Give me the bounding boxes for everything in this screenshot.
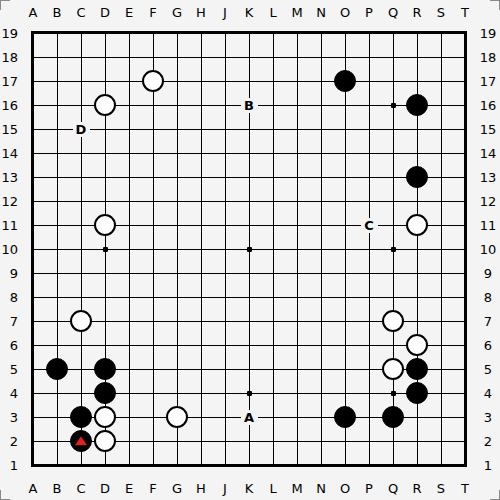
point-label-D: D	[73, 122, 90, 137]
black-stone-Q3[interactable]	[382, 406, 404, 428]
coordinate-label: 19	[0, 26, 18, 42]
coordinate-label: M	[285, 5, 309, 21]
coordinate-label: 8	[477, 290, 499, 306]
coordinate-label: A	[21, 5, 45, 21]
coordinate-label: L	[261, 5, 285, 21]
coordinate-label: 12	[477, 194, 499, 210]
coordinate-label: 9	[0, 266, 18, 282]
coordinate-label: 1	[0, 458, 18, 474]
coordinate-label: J	[213, 481, 237, 497]
white-stone-G3[interactable]	[166, 406, 188, 428]
coordinate-label: L	[261, 481, 285, 497]
corner-tick-bottom-left	[0, 490, 10, 500]
coordinate-label: K	[237, 5, 261, 21]
coordinate-label: 9	[477, 266, 499, 282]
coordinate-label: 2	[477, 434, 499, 450]
coordinate-label: O	[333, 481, 357, 497]
coordinate-label: 4	[477, 386, 499, 402]
black-stone-D5[interactable]	[94, 358, 116, 380]
coordinate-label: E	[117, 481, 141, 497]
white-stone-D11[interactable]	[94, 214, 116, 236]
coordinate-label: G	[165, 481, 189, 497]
coordinate-label: 15	[477, 122, 499, 138]
coordinate-label: 19	[477, 26, 499, 42]
triangle-mark-C2	[75, 436, 87, 445]
coordinate-label: C	[69, 5, 93, 21]
corner-tick-bottom-right	[490, 490, 500, 500]
coordinate-label: 16	[0, 98, 18, 114]
corner-tick-top-right	[490, 0, 500, 10]
board-grid[interactable]: ABCD	[21, 21, 477, 477]
coordinate-label: 3	[477, 410, 499, 426]
coordinate-label: E	[117, 5, 141, 21]
go-board-diagram: AABBCCDDEEFFGGHHJJKKLLMMNNOOPPQQRRSSTT19…	[0, 0, 500, 500]
black-stone-B5[interactable]	[46, 358, 68, 380]
white-stone-C7[interactable]	[70, 310, 92, 332]
coordinate-label: Q	[381, 5, 405, 21]
coordinate-label: F	[141, 5, 165, 21]
white-stone-F17[interactable]	[142, 70, 164, 92]
coordinate-label: 1	[477, 458, 499, 474]
coordinate-label: 5	[477, 362, 499, 378]
coordinate-label: 15	[0, 122, 18, 138]
black-stone-O17[interactable]	[334, 70, 356, 92]
star-point-D10	[103, 247, 108, 252]
coordinate-label: 4	[0, 386, 18, 402]
coordinate-label: A	[21, 481, 45, 497]
coordinate-label: O	[333, 5, 357, 21]
coordinate-label: S	[429, 5, 453, 21]
coordinate-label: B	[45, 481, 69, 497]
black-stone-D4[interactable]	[94, 382, 116, 404]
star-point-Q4	[391, 391, 396, 396]
black-stone-C2[interactable]	[70, 430, 92, 452]
coordinate-label: 18	[0, 50, 18, 66]
white-stone-Q7[interactable]	[382, 310, 404, 332]
coordinate-label: B	[45, 5, 69, 21]
coordinate-label: 18	[477, 50, 499, 66]
coordinate-label: 3	[0, 410, 18, 426]
coordinate-label: N	[309, 481, 333, 497]
coordinate-label: 17	[477, 74, 499, 90]
black-stone-R4[interactable]	[406, 382, 428, 404]
coordinate-label: H	[189, 5, 213, 21]
coordinate-label: N	[309, 5, 333, 21]
coordinate-label: D	[93, 5, 117, 21]
coordinate-label: 11	[0, 218, 18, 234]
coordinate-label: R	[405, 5, 429, 21]
white-stone-Q5[interactable]	[382, 358, 404, 380]
coordinate-label: M	[285, 481, 309, 497]
coordinate-label: D	[93, 481, 117, 497]
black-stone-R16[interactable]	[406, 94, 428, 116]
coordinate-label: 7	[0, 314, 18, 330]
coordinate-label: 14	[0, 146, 18, 162]
coordinate-label: H	[189, 481, 213, 497]
black-stone-O3[interactable]	[334, 406, 356, 428]
coordinate-label: 17	[0, 74, 18, 90]
corner-tick-top-left	[0, 0, 10, 10]
coordinate-label: 5	[0, 362, 18, 378]
coordinate-label: P	[357, 5, 381, 21]
coordinate-label: S	[429, 481, 453, 497]
coordinate-label: J	[213, 5, 237, 21]
coordinate-label: F	[141, 481, 165, 497]
coordinate-label: R	[405, 481, 429, 497]
star-point-Q16	[391, 103, 396, 108]
point-label-B: B	[241, 98, 258, 113]
coordinate-label: 6	[477, 338, 499, 354]
coordinate-label: K	[237, 481, 261, 497]
coordinate-label: Q	[381, 481, 405, 497]
coordinate-label: 6	[0, 338, 18, 354]
coordinate-label: 16	[477, 98, 499, 114]
black-stone-R13[interactable]	[406, 166, 428, 188]
white-stone-D2[interactable]	[94, 430, 116, 452]
coordinate-label: T	[453, 5, 477, 21]
coordinate-label: 12	[0, 194, 18, 210]
point-label-C: C	[361, 218, 378, 233]
white-stone-D16[interactable]	[94, 94, 116, 116]
coordinate-label: 10	[0, 242, 18, 258]
star-point-K4	[247, 391, 252, 396]
black-stone-C3[interactable]	[70, 406, 92, 428]
coordinate-label: 2	[0, 434, 18, 450]
coordinate-label: 13	[477, 170, 499, 186]
coordinate-label: 11	[477, 218, 499, 234]
coordinate-label: 14	[477, 146, 499, 162]
white-stone-R11[interactable]	[406, 214, 428, 236]
star-point-K10	[247, 247, 252, 252]
coordinate-label: 10	[477, 242, 499, 258]
coordinate-label: G	[165, 5, 189, 21]
star-point-Q10	[391, 247, 396, 252]
coordinate-label: P	[357, 481, 381, 497]
coordinate-label: 7	[477, 314, 499, 330]
coordinate-label: C	[69, 481, 93, 497]
coordinate-label: 13	[0, 170, 18, 186]
coordinate-label: 8	[0, 290, 18, 306]
white-stone-D3[interactable]	[94, 406, 116, 428]
point-label-A: A	[241, 410, 258, 425]
black-stone-R5[interactable]	[406, 358, 428, 380]
white-stone-R6[interactable]	[406, 334, 428, 356]
coordinate-label: T	[453, 481, 477, 497]
